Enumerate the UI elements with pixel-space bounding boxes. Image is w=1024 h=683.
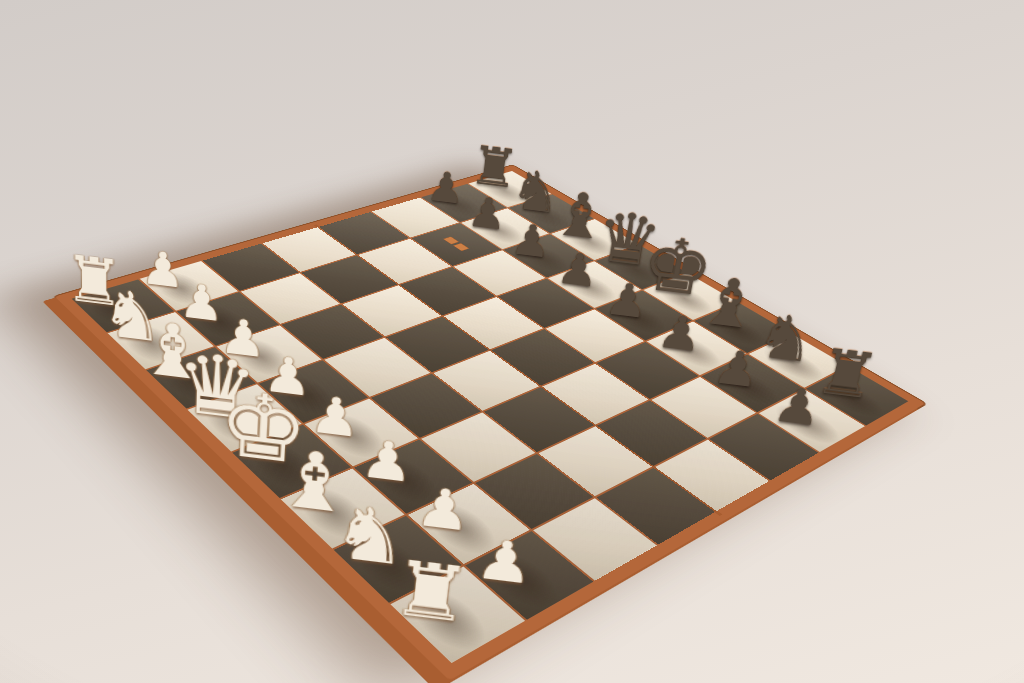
square-h7[interactable]: ♟ bbox=[759, 389, 865, 451]
white-rook[interactable]: ♜ bbox=[363, 501, 507, 637]
photo-backdrop: ♜♞♝♛♚♝♞♜♟♟♟♟♟♟♟♟♟♟♟♟♟♟♟♟♜♞♝♛♚♝♞♜ bbox=[0, 0, 1024, 683]
maker-mark bbox=[443, 236, 470, 251]
chess-board: ♜♞♝♛♚♝♞♜♟♟♟♟♟♟♟♟♟♟♟♟♟♟♟♟♜♞♝♛♚♝♞♜ bbox=[55, 165, 925, 680]
perspective-scene: ♜♞♝♛♚♝♞♜♟♟♟♟♟♟♟♟♟♟♟♟♟♟♟♟♜♞♝♛♚♝♞♜ bbox=[0, 0, 1024, 683]
maker-mark-tile bbox=[453, 243, 470, 251]
black-pawn[interactable]: ♟ bbox=[743, 323, 868, 436]
board-grid: ♜♞♝♛♚♝♞♜♟♟♟♟♟♟♟♟♟♟♟♟♟♟♟♟♜♞♝♛♚♝♞♜ bbox=[72, 171, 909, 663]
camera-roll-wrapper: ♜♞♝♛♚♝♞♜♟♟♟♟♟♟♟♟♟♟♟♟♟♟♟♟♜♞♝♛♚♝♞♜ bbox=[0, 0, 1024, 683]
